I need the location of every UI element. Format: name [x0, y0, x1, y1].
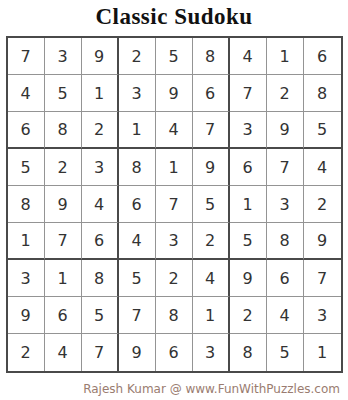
sudoku-cell-r4c1[interactable]: 5: [8, 149, 45, 186]
sudoku-cell-r7c1[interactable]: 3: [8, 260, 45, 297]
sudoku-cell-r4c5[interactable]: 1: [156, 149, 193, 186]
sudoku-cell-r9c3[interactable]: 7: [82, 334, 119, 371]
sudoku-cell-r6c7[interactable]: 5: [230, 223, 267, 260]
sudoku-cell-r7c9[interactable]: 7: [304, 260, 341, 297]
sudoku-cell-r3c3[interactable]: 2: [82, 112, 119, 149]
sudoku-cell-r1c4[interactable]: 2: [119, 38, 156, 75]
sudoku-cell-r1c6[interactable]: 8: [193, 38, 230, 75]
sudoku-cell-r7c7[interactable]: 9: [230, 260, 267, 297]
sudoku-cell-r8c8[interactable]: 4: [267, 297, 304, 334]
sudoku-cell-r7c8[interactable]: 6: [267, 260, 304, 297]
sudoku-page: Classic Sudoku 7392584164513967286821473…: [0, 0, 348, 400]
sudoku-cell-r8c9[interactable]: 3: [304, 297, 341, 334]
sudoku-cell-r9c2[interactable]: 4: [45, 334, 82, 371]
sudoku-cell-r2c5[interactable]: 9: [156, 75, 193, 112]
sudoku-cell-r1c3[interactable]: 9: [82, 38, 119, 75]
sudoku-cell-r7c3[interactable]: 8: [82, 260, 119, 297]
credit-text: Rajesh Kumar @ www.FunWithPuzzles.com: [0, 382, 348, 396]
sudoku-cell-r6c8[interactable]: 8: [267, 223, 304, 260]
sudoku-cell-r1c5[interactable]: 5: [156, 38, 193, 75]
sudoku-cell-r5c4[interactable]: 6: [119, 186, 156, 223]
sudoku-cell-r4c3[interactable]: 3: [82, 149, 119, 186]
sudoku-cell-r2c4[interactable]: 3: [119, 75, 156, 112]
sudoku-cell-r7c4[interactable]: 5: [119, 260, 156, 297]
sudoku-cell-r3c2[interactable]: 8: [45, 112, 82, 149]
sudoku-cell-r8c4[interactable]: 7: [119, 297, 156, 334]
sudoku-cell-r1c1[interactable]: 7: [8, 38, 45, 75]
sudoku-cell-r4c9[interactable]: 4: [304, 149, 341, 186]
sudoku-cell-r3c9[interactable]: 5: [304, 112, 341, 149]
sudoku-cell-r1c9[interactable]: 6: [304, 38, 341, 75]
sudoku-cell-r2c8[interactable]: 2: [267, 75, 304, 112]
sudoku-cell-r4c2[interactable]: 2: [45, 149, 82, 186]
sudoku-cell-r3c8[interactable]: 9: [267, 112, 304, 149]
sudoku-cell-r6c6[interactable]: 2: [193, 223, 230, 260]
sudoku-cell-r1c7[interactable]: 4: [230, 38, 267, 75]
sudoku-cell-r4c4[interactable]: 8: [119, 149, 156, 186]
sudoku-cell-r9c7[interactable]: 8: [230, 334, 267, 371]
sudoku-cell-r4c8[interactable]: 7: [267, 149, 304, 186]
sudoku-cell-r9c1[interactable]: 2: [8, 334, 45, 371]
sudoku-cell-r6c9[interactable]: 9: [304, 223, 341, 260]
sudoku-cell-r1c8[interactable]: 1: [267, 38, 304, 75]
sudoku-cell-r5c2[interactable]: 9: [45, 186, 82, 223]
sudoku-cell-r5c3[interactable]: 4: [82, 186, 119, 223]
sudoku-cell-r4c6[interactable]: 9: [193, 149, 230, 186]
sudoku-cell-r7c5[interactable]: 2: [156, 260, 193, 297]
sudoku-cell-r5c8[interactable]: 3: [267, 186, 304, 223]
sudoku-cell-r6c1[interactable]: 1: [8, 223, 45, 260]
sudoku-cell-r3c6[interactable]: 7: [193, 112, 230, 149]
sudoku-cell-r8c1[interactable]: 9: [8, 297, 45, 334]
sudoku-board: 7392584164513967286821473955238196748946…: [6, 36, 343, 373]
sudoku-cell-r9c5[interactable]: 6: [156, 334, 193, 371]
sudoku-cell-r3c5[interactable]: 4: [156, 112, 193, 149]
sudoku-cell-r6c4[interactable]: 4: [119, 223, 156, 260]
sudoku-cell-r3c1[interactable]: 6: [8, 112, 45, 149]
sudoku-cell-r7c6[interactable]: 4: [193, 260, 230, 297]
sudoku-cell-r8c7[interactable]: 2: [230, 297, 267, 334]
sudoku-cell-r8c5[interactable]: 8: [156, 297, 193, 334]
sudoku-cell-r4c7[interactable]: 6: [230, 149, 267, 186]
sudoku-cell-r2c9[interactable]: 8: [304, 75, 341, 112]
sudoku-cell-r6c5[interactable]: 3: [156, 223, 193, 260]
sudoku-cell-r9c9[interactable]: 1: [304, 334, 341, 371]
sudoku-cell-r8c3[interactable]: 5: [82, 297, 119, 334]
sudoku-cell-r5c9[interactable]: 2: [304, 186, 341, 223]
sudoku-cell-r5c6[interactable]: 5: [193, 186, 230, 223]
sudoku-cell-r5c5[interactable]: 7: [156, 186, 193, 223]
sudoku-cell-r5c1[interactable]: 8: [8, 186, 45, 223]
sudoku-cell-r3c7[interactable]: 3: [230, 112, 267, 149]
sudoku-cell-r8c2[interactable]: 6: [45, 297, 82, 334]
sudoku-cell-r9c8[interactable]: 5: [267, 334, 304, 371]
puzzle-title: Classic Sudoku: [0, 0, 348, 34]
sudoku-cell-r2c6[interactable]: 6: [193, 75, 230, 112]
sudoku-cell-r9c6[interactable]: 3: [193, 334, 230, 371]
sudoku-cell-r6c2[interactable]: 7: [45, 223, 82, 260]
sudoku-cell-r2c1[interactable]: 4: [8, 75, 45, 112]
sudoku-cell-r3c4[interactable]: 1: [119, 112, 156, 149]
sudoku-cell-r9c4[interactable]: 9: [119, 334, 156, 371]
sudoku-cell-r2c3[interactable]: 1: [82, 75, 119, 112]
sudoku-cell-r7c2[interactable]: 1: [45, 260, 82, 297]
sudoku-cell-r8c6[interactable]: 1: [193, 297, 230, 334]
sudoku-cell-r6c3[interactable]: 6: [82, 223, 119, 260]
sudoku-cell-r2c7[interactable]: 7: [230, 75, 267, 112]
sudoku-cell-r5c7[interactable]: 1: [230, 186, 267, 223]
sudoku-cell-r1c2[interactable]: 3: [45, 38, 82, 75]
sudoku-cell-r2c2[interactable]: 5: [45, 75, 82, 112]
